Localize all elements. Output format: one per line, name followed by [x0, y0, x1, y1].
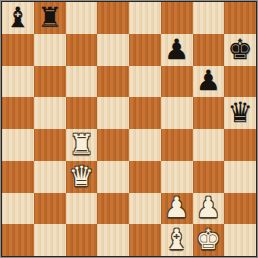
square-e3[interactable] [129, 161, 161, 193]
square-e8[interactable] [129, 2, 161, 34]
square-c8[interactable] [66, 2, 98, 34]
square-c6[interactable] [66, 66, 98, 98]
black-pawn-piece[interactable]: ♟ [196, 67, 221, 95]
square-d7[interactable] [97, 34, 129, 66]
square-h4[interactable] [224, 129, 256, 161]
square-f3[interactable] [161, 161, 193, 193]
square-d4[interactable] [97, 129, 129, 161]
square-f4[interactable] [161, 129, 193, 161]
square-d3[interactable] [97, 161, 129, 193]
chess-board: ♝♜♟♚♟♛♜♛♟♟♝♚ [2, 2, 256, 256]
square-h1[interactable] [224, 224, 256, 256]
square-d1[interactable] [97, 224, 129, 256]
square-h3[interactable] [224, 161, 256, 193]
square-e2[interactable] [129, 193, 161, 225]
square-e7[interactable] [129, 34, 161, 66]
square-b4[interactable] [34, 129, 66, 161]
square-a1[interactable] [2, 224, 34, 256]
square-h5[interactable]: ♛ [224, 97, 256, 129]
chess-board-frame: ♝♜♟♚♟♛♜♛♟♟♝♚ [0, 0, 258, 258]
square-b8[interactable]: ♜ [34, 2, 66, 34]
square-g8[interactable] [193, 2, 225, 34]
square-a7[interactable] [2, 34, 34, 66]
square-e5[interactable] [129, 97, 161, 129]
white-rook-piece[interactable]: ♜ [69, 131, 94, 159]
square-e4[interactable] [129, 129, 161, 161]
square-g4[interactable] [193, 129, 225, 161]
white-pawn-piece[interactable]: ♟ [164, 194, 189, 222]
square-b7[interactable] [34, 34, 66, 66]
white-pawn-piece[interactable]: ♟ [196, 194, 221, 222]
black-pawn-piece[interactable]: ♟ [164, 36, 189, 64]
square-f1[interactable]: ♝ [161, 224, 193, 256]
square-f8[interactable] [161, 2, 193, 34]
white-bishop-piece[interactable]: ♝ [164, 226, 189, 254]
black-rook-piece[interactable]: ♜ [37, 4, 62, 32]
square-h6[interactable] [224, 66, 256, 98]
square-g1[interactable]: ♚ [193, 224, 225, 256]
square-d8[interactable] [97, 2, 129, 34]
square-a8[interactable]: ♝ [2, 2, 34, 34]
square-c3[interactable]: ♛ [66, 161, 98, 193]
square-d2[interactable] [97, 193, 129, 225]
square-g2[interactable]: ♟ [193, 193, 225, 225]
square-b2[interactable] [34, 193, 66, 225]
square-g3[interactable] [193, 161, 225, 193]
square-h7[interactable]: ♚ [224, 34, 256, 66]
square-f7[interactable]: ♟ [161, 34, 193, 66]
square-a4[interactable] [2, 129, 34, 161]
square-d5[interactable] [97, 97, 129, 129]
square-b3[interactable] [34, 161, 66, 193]
square-b1[interactable] [34, 224, 66, 256]
square-g5[interactable] [193, 97, 225, 129]
square-a6[interactable] [2, 66, 34, 98]
black-bishop-piece[interactable]: ♝ [5, 4, 30, 32]
square-g6[interactable]: ♟ [193, 66, 225, 98]
square-h2[interactable] [224, 193, 256, 225]
square-c1[interactable] [66, 224, 98, 256]
square-a3[interactable] [2, 161, 34, 193]
square-g7[interactable] [193, 34, 225, 66]
square-b6[interactable] [34, 66, 66, 98]
square-d6[interactable] [97, 66, 129, 98]
square-c5[interactable] [66, 97, 98, 129]
square-a5[interactable] [2, 97, 34, 129]
black-king-piece[interactable]: ♚ [228, 36, 253, 64]
square-e6[interactable] [129, 66, 161, 98]
white-king-piece[interactable]: ♚ [196, 226, 221, 254]
square-c2[interactable] [66, 193, 98, 225]
square-e1[interactable] [129, 224, 161, 256]
square-b5[interactable] [34, 97, 66, 129]
black-queen-piece[interactable]: ♛ [228, 99, 253, 127]
square-h8[interactable] [224, 2, 256, 34]
square-a2[interactable] [2, 193, 34, 225]
square-c4[interactable]: ♜ [66, 129, 98, 161]
square-f5[interactable] [161, 97, 193, 129]
square-f2[interactable]: ♟ [161, 193, 193, 225]
square-c7[interactable] [66, 34, 98, 66]
white-queen-piece[interactable]: ♛ [69, 163, 94, 191]
square-f6[interactable] [161, 66, 193, 98]
